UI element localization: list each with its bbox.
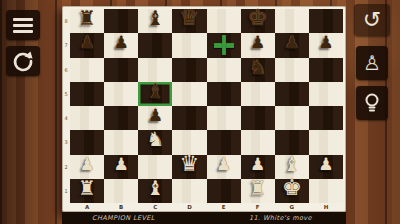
chess-board: 87654321 ♜♝♛♚♟♟♟♟♟♞♝♟♞♟♟♛♟♟♝♟♜♝♜♚ ABCDEF… <box>62 6 346 212</box>
rank-label-5: 5 <box>62 82 70 106</box>
piece-black-queen[interactable]: ♛ <box>180 8 200 28</box>
square-d6[interactable] <box>172 58 206 82</box>
square-e2[interactable]: ♟ <box>207 155 241 179</box>
square-h3[interactable] <box>309 130 343 154</box>
square-h6[interactable] <box>309 58 343 82</box>
file-labels: ABCDEFGH <box>70 203 343 212</box>
square-e7[interactable] <box>207 33 241 57</box>
square-c7[interactable] <box>138 33 172 57</box>
square-g1[interactable]: ♚ <box>275 179 309 203</box>
square-c5[interactable]: ♝ <box>138 82 172 106</box>
pawn-icon: ♙ <box>363 52 381 74</box>
square-h2[interactable]: ♟ <box>309 155 343 179</box>
square-h4[interactable] <box>309 106 343 130</box>
square-a3[interactable] <box>70 130 104 154</box>
piece-white-pawn[interactable]: ♟ <box>216 154 231 174</box>
rank-label-1: 1 <box>62 179 70 203</box>
square-g6[interactable] <box>275 58 309 82</box>
piece-white-pawn[interactable]: ♟ <box>114 154 129 174</box>
square-b5[interactable] <box>104 82 138 106</box>
file-label-F: F <box>241 203 275 212</box>
square-c3[interactable]: ♞ <box>138 130 172 154</box>
piece-black-bishop[interactable]: ♝ <box>146 81 164 101</box>
piece-black-king[interactable]: ♚ <box>248 8 268 28</box>
square-d5[interactable] <box>172 82 206 106</box>
square-e6[interactable] <box>207 58 241 82</box>
rank-label-3: 3 <box>62 130 70 154</box>
piece-black-pawn[interactable]: ♟ <box>148 105 163 125</box>
square-g5[interactable] <box>275 82 309 106</box>
move-indicator: 11. White's move <box>249 214 312 222</box>
undo-icon: ↺ <box>363 9 381 31</box>
rank-label-2: 2 <box>62 155 70 179</box>
square-b2[interactable]: ♟ <box>104 155 138 179</box>
piece-white-queen[interactable]: ♛ <box>180 154 200 174</box>
square-f8[interactable]: ♚ <box>241 9 275 33</box>
square-g7[interactable]: ♟ <box>275 33 309 57</box>
piece-white-pawn[interactable]: ♟ <box>250 154 265 174</box>
piece-black-bishop[interactable]: ♝ <box>146 8 164 28</box>
hamburger-icon <box>13 18 33 21</box>
square-d4[interactable] <box>172 106 206 130</box>
square-e8[interactable] <box>207 9 241 33</box>
file-label-D: D <box>172 203 206 212</box>
piece-black-pawn[interactable]: ♟ <box>114 32 129 52</box>
piece-white-pawn[interactable]: ♟ <box>79 154 94 174</box>
square-d2[interactable]: ♛ <box>172 155 206 179</box>
square-f6[interactable]: ♞ <box>241 58 275 82</box>
piece-white-pawn[interactable]: ♟ <box>318 154 333 174</box>
undo-button[interactable]: ↺ <box>354 4 390 36</box>
square-f5[interactable] <box>241 82 275 106</box>
piece-white-rook[interactable]: ♜ <box>249 178 267 198</box>
square-d1[interactable] <box>172 179 206 203</box>
chess-app: 87654321 ♜♝♛♚♟♟♟♟♟♞♝♟♞♟♟♛♟♟♝♟♜♝♜♚ ABCDEF… <box>0 0 400 224</box>
square-f1[interactable]: ♜ <box>241 179 275 203</box>
square-e3[interactable] <box>207 130 241 154</box>
file-label-C: C <box>138 203 172 212</box>
piece-set-button[interactable]: ♙ <box>356 46 388 80</box>
square-h8[interactable] <box>309 9 343 33</box>
piece-white-bishop[interactable]: ♝ <box>146 178 164 198</box>
square-d7[interactable] <box>172 33 206 57</box>
square-g8[interactable] <box>275 9 309 33</box>
square-a8[interactable]: ♜ <box>70 9 104 33</box>
square-c8[interactable]: ♝ <box>138 9 172 33</box>
piece-white-rook[interactable]: ♜ <box>78 178 96 198</box>
square-b8[interactable] <box>104 9 138 33</box>
square-c1[interactable]: ♝ <box>138 179 172 203</box>
piece-white-bishop[interactable]: ♝ <box>283 154 301 174</box>
rotate-board-button[interactable] <box>6 46 40 76</box>
square-a5[interactable] <box>70 82 104 106</box>
rank-label-4: 4 <box>62 106 70 130</box>
piece-black-rook[interactable]: ♜ <box>78 8 96 28</box>
piece-black-pawn[interactable]: ♟ <box>79 32 94 52</box>
square-b4[interactable] <box>104 106 138 130</box>
square-h5[interactable] <box>309 82 343 106</box>
piece-black-pawn[interactable]: ♟ <box>284 32 299 52</box>
square-a6[interactable] <box>70 58 104 82</box>
square-f4[interactable] <box>241 106 275 130</box>
square-b1[interactable] <box>104 179 138 203</box>
file-label-E: E <box>207 203 241 212</box>
square-b7[interactable]: ♟ <box>104 33 138 57</box>
square-e1[interactable] <box>207 179 241 203</box>
piece-black-pawn[interactable]: ♟ <box>318 32 333 52</box>
square-b6[interactable] <box>104 58 138 82</box>
hint-button[interactable] <box>356 86 388 120</box>
piece-white-knight[interactable]: ♞ <box>146 129 164 149</box>
rank-labels: 87654321 <box>62 9 70 203</box>
piece-black-knight[interactable]: ♞ <box>249 57 267 77</box>
piece-black-pawn[interactable]: ♟ <box>250 32 265 52</box>
rank-label-7: 7 <box>62 33 70 57</box>
lightbulb-icon <box>361 91 383 115</box>
square-h1[interactable] <box>309 179 343 203</box>
file-label-B: B <box>104 203 138 212</box>
piece-white-king[interactable]: ♚ <box>282 178 302 198</box>
rank-label-8: 8 <box>62 9 70 33</box>
board-grid[interactable]: ♜♝♛♚♟♟♟♟♟♞♝♟♞♟♟♛♟♟♝♟♜♝♜♚ <box>70 9 343 203</box>
rank-label-6: 6 <box>62 58 70 82</box>
square-d8[interactable]: ♛ <box>172 9 206 33</box>
square-e5[interactable] <box>207 82 241 106</box>
last-move-origin-marker <box>214 35 234 55</box>
level-label: CHAMPION LEVEL <box>92 214 155 222</box>
status-bar: CHAMPION LEVEL 11. White's move <box>62 212 346 224</box>
square-h7[interactable]: ♟ <box>309 33 343 57</box>
rotate-icon <box>11 49 35 73</box>
menu-button[interactable] <box>6 10 40 40</box>
square-a4[interactable] <box>70 106 104 130</box>
square-a7[interactable]: ♟ <box>70 33 104 57</box>
square-a1[interactable]: ♜ <box>70 179 104 203</box>
square-f3[interactable] <box>241 130 275 154</box>
square-b3[interactable] <box>104 130 138 154</box>
square-e4[interactable] <box>207 106 241 130</box>
file-label-G: G <box>275 203 309 212</box>
file-label-A: A <box>70 203 104 212</box>
file-label-H: H <box>309 203 343 212</box>
square-g4[interactable] <box>275 106 309 130</box>
